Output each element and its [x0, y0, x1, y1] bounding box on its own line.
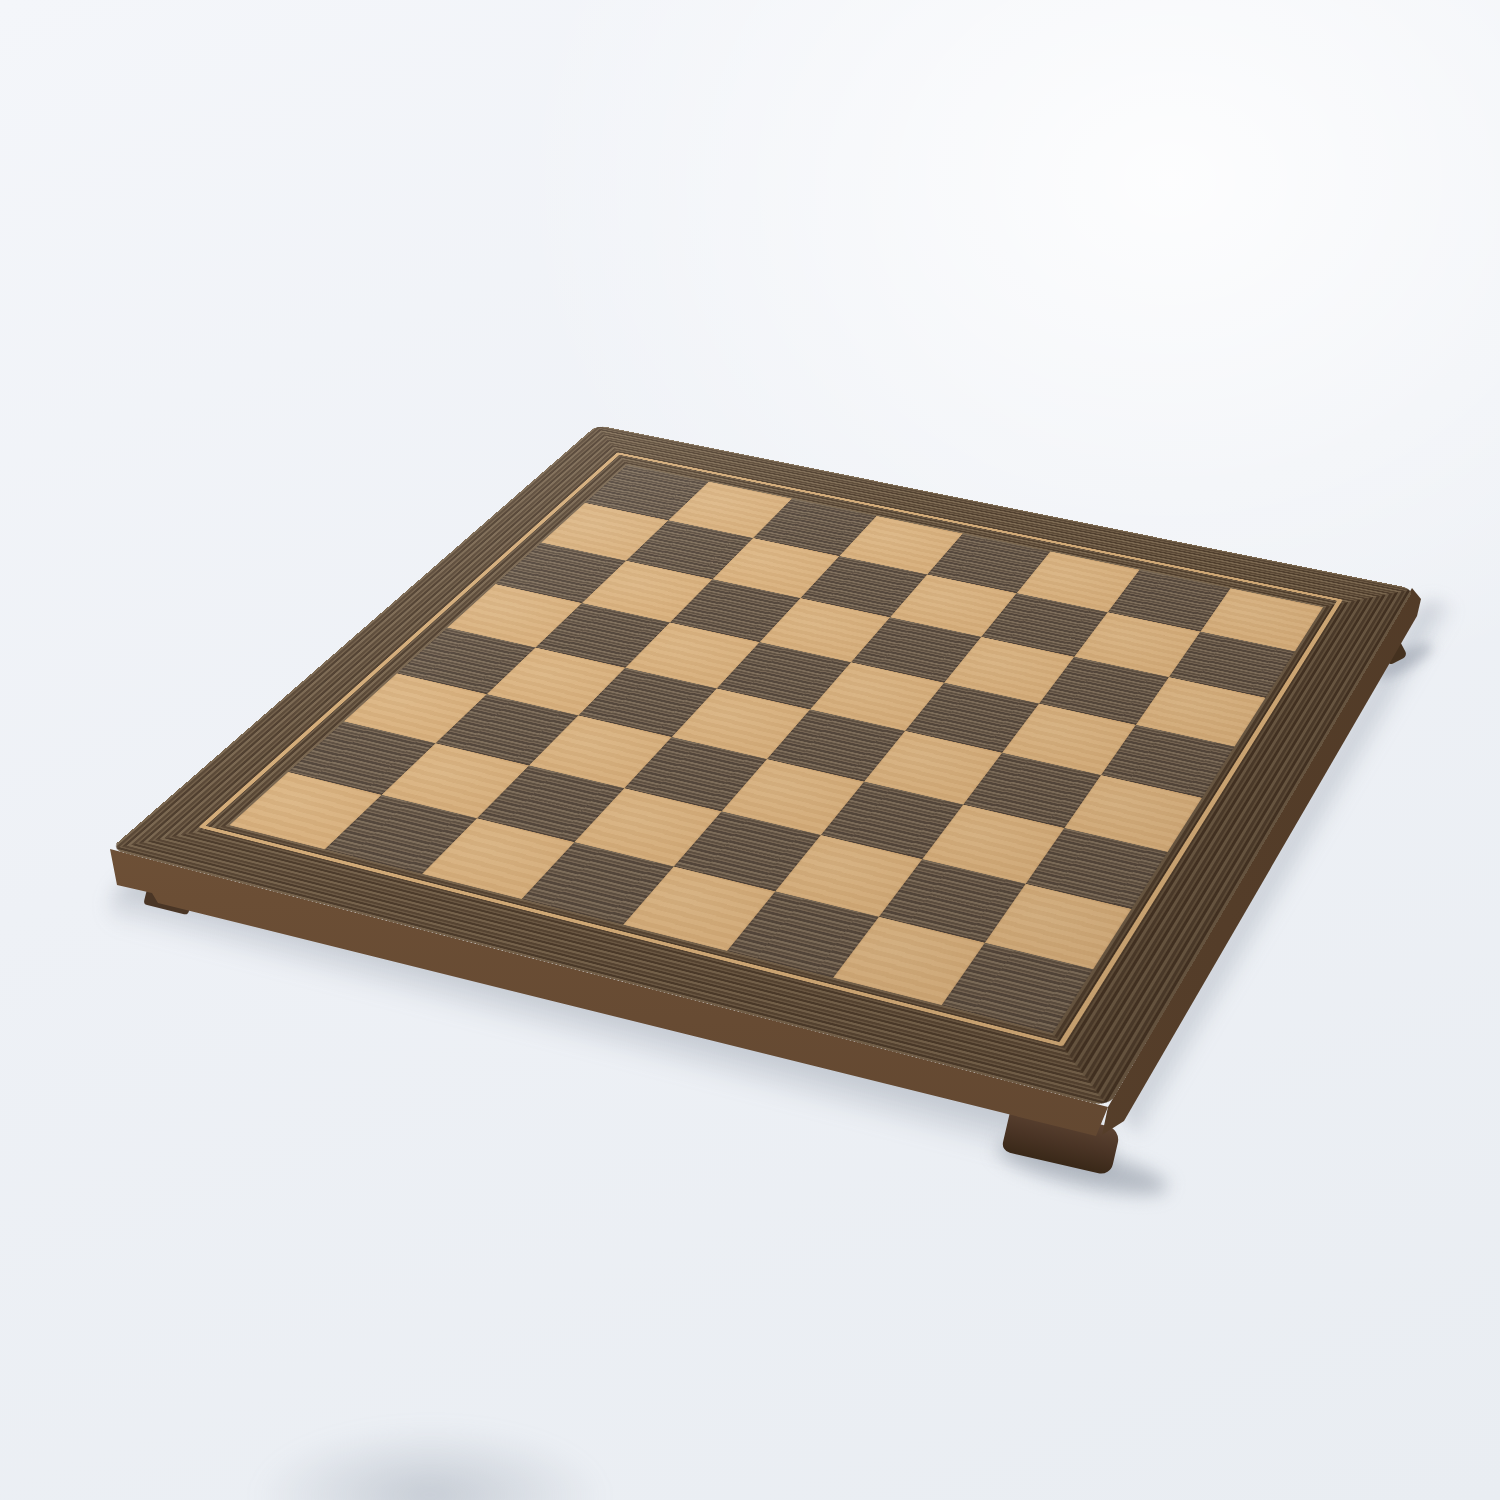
- photo-stage: [0, 0, 1500, 1500]
- background-shadow-blob: [255, 1425, 605, 1500]
